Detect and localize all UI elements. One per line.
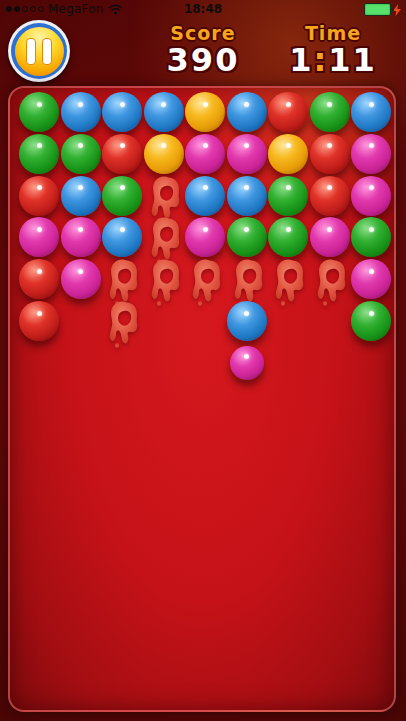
bubble-blue[interactable] xyxy=(61,176,101,216)
bubble-magenta[interactable] xyxy=(185,134,225,174)
bubble-magenta[interactable] xyxy=(227,134,267,174)
bubble-blue[interactable] xyxy=(144,92,184,132)
pause-icon xyxy=(15,27,64,76)
bubble-green[interactable] xyxy=(227,217,267,257)
bubble-blue[interactable] xyxy=(227,301,267,341)
bubble-orange[interactable] xyxy=(268,134,308,174)
score-value: 390 xyxy=(130,44,276,76)
bubble-magenta[interactable] xyxy=(61,217,101,257)
splat-mark xyxy=(104,299,144,349)
bubble-blue[interactable] xyxy=(227,176,267,216)
bubble-green[interactable] xyxy=(19,92,59,132)
time-panel: Time 1:11 xyxy=(278,22,388,76)
pause-bar xyxy=(42,38,52,65)
bubble-blue[interactable] xyxy=(185,176,225,216)
bubble-green[interactable] xyxy=(351,217,391,257)
bubble-green[interactable] xyxy=(351,301,391,341)
splat-mark xyxy=(270,257,310,307)
splat-mark xyxy=(312,257,352,307)
pause-button[interactable] xyxy=(8,20,70,82)
time-minutes: 1 xyxy=(289,41,313,79)
bubble-blue[interactable] xyxy=(351,92,391,132)
bubble-red[interactable] xyxy=(102,134,142,174)
bubble-magenta[interactable] xyxy=(19,217,59,257)
bubble-blue[interactable] xyxy=(227,92,267,132)
bubble-magenta[interactable] xyxy=(61,259,101,299)
bubble-red[interactable] xyxy=(310,176,350,216)
battery-icon xyxy=(364,3,391,16)
pause-button-ring xyxy=(11,23,67,79)
bubble-green[interactable] xyxy=(268,176,308,216)
charging-bolt-icon xyxy=(393,4,401,16)
bubble-green[interactable] xyxy=(102,176,142,216)
bubble-red[interactable] xyxy=(268,92,308,132)
bubble-orange[interactable] xyxy=(185,92,225,132)
bubble-red[interactable] xyxy=(310,134,350,174)
clock: 18:48 xyxy=(0,2,406,16)
bubble-magenta[interactable] xyxy=(185,217,225,257)
bubble-magenta[interactable] xyxy=(310,217,350,257)
time-seconds: 11 xyxy=(328,41,377,79)
game-screen: MegaFon 18:48 Score 390 Time xyxy=(0,0,406,721)
pause-bar xyxy=(26,38,36,65)
bubble-layer xyxy=(10,88,394,710)
score-panel: Score 390 xyxy=(130,22,276,76)
bubble-red[interactable] xyxy=(19,259,59,299)
splat-mark xyxy=(146,257,186,307)
bubble-blue[interactable] xyxy=(102,92,142,132)
game-board[interactable] xyxy=(8,86,396,712)
bubble-magenta[interactable] xyxy=(230,346,264,380)
bubble-magenta[interactable] xyxy=(351,134,391,174)
bubble-magenta[interactable] xyxy=(351,176,391,216)
status-bar: MegaFon 18:48 xyxy=(0,0,406,20)
bubble-red[interactable] xyxy=(19,176,59,216)
time-separator: : xyxy=(313,41,328,79)
bubble-green[interactable] xyxy=(310,92,350,132)
bubble-blue[interactable] xyxy=(61,92,101,132)
bubble-green[interactable] xyxy=(61,134,101,174)
bubble-magenta[interactable] xyxy=(351,259,391,299)
bubble-red[interactable] xyxy=(19,301,59,341)
bubble-blue[interactable] xyxy=(102,217,142,257)
time-value: 1:11 xyxy=(278,44,388,76)
bubble-green[interactable] xyxy=(268,217,308,257)
bubble-green[interactable] xyxy=(19,134,59,174)
bubble-orange[interactable] xyxy=(144,134,184,174)
splat-mark xyxy=(229,257,269,307)
splat-mark xyxy=(187,257,227,307)
